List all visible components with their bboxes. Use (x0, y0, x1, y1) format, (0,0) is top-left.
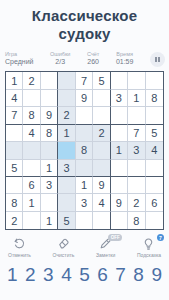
sudoku-cell-r7c3[interactable]: 3 (41, 177, 58, 194)
sudoku-cell-r8c4[interactable] (58, 194, 75, 211)
sudoku-cell-r8c6[interactable]: 4 (93, 194, 110, 211)
pause-button[interactable] (150, 52, 165, 67)
numpad-5[interactable]: 5 (79, 264, 90, 286)
numpad-8[interactable]: 8 (133, 264, 144, 286)
stat-difficulty-value: Средний (5, 58, 33, 65)
page-title-line1: Классическое (0, 7, 169, 25)
sudoku-cell-r8c7[interactable]: 9 (111, 194, 128, 211)
sudoku-cell-r4c5[interactable] (76, 125, 93, 142)
stat-mistakes-label: Ошибки (50, 51, 70, 57)
sudoku-cell-r4c3[interactable]: 8 (41, 125, 58, 142)
numpad-7[interactable]: 7 (115, 264, 126, 286)
numpad-2[interactable]: 2 (25, 264, 36, 286)
sudoku-cell-r5c1[interactable] (6, 142, 23, 159)
sudoku-cell-r7c1[interactable] (6, 177, 23, 194)
sudoku-cell-r5c9[interactable]: 4 (146, 142, 163, 159)
sudoku-cell-r2c4[interactable] (58, 90, 75, 107)
sudoku-app: Классическое судоку Игра Средний Ошибки … (0, 7, 169, 300)
sudoku-cell-r4c6[interactable]: 2 (93, 125, 110, 142)
sudoku-cell-r3c4[interactable]: 2 (58, 107, 75, 124)
sudoku-cell-r1c6[interactable]: 5 (93, 72, 110, 89)
eraser-icon (57, 237, 70, 250)
stat-difficulty-label: Игра (5, 51, 33, 57)
sudoku-cell-r1c7[interactable] (111, 72, 128, 89)
stat-score-label: Счёт (87, 51, 99, 57)
sudoku-cell-r5c6[interactable] (93, 142, 110, 159)
numpad-1[interactable]: 1 (7, 264, 18, 286)
numpad-9[interactable]: 9 (151, 264, 162, 286)
toolbar-label: Заметки (96, 252, 115, 258)
sudoku-cell-r8c9[interactable]: 6 (146, 194, 163, 211)
sudoku-cell-r4c2[interactable]: 4 (23, 125, 40, 142)
sudoku-cell-r5c8[interactable]: 3 (128, 142, 145, 159)
sudoku-cell-r3c1[interactable]: 7 (6, 107, 23, 124)
sudoku-cell-r9c6[interactable] (93, 212, 110, 229)
sudoku-cell-r9c4[interactable]: 5 (58, 212, 75, 229)
toolbar-label: Очистить (53, 252, 75, 258)
sudoku-cell-r2c5[interactable]: 9 (76, 90, 93, 107)
sudoku-cell-r8c2[interactable]: 1 (23, 194, 40, 211)
sudoku-cell-r9c5[interactable] (76, 212, 93, 229)
toolbar-label: Отменить (8, 252, 31, 258)
numpad-4[interactable]: 4 (61, 264, 72, 286)
sudoku-cell-r5c4[interactable] (58, 142, 75, 159)
sudoku-cell-r4c7[interactable] (111, 125, 128, 142)
sudoku-cell-r9c8[interactable]: 8 (128, 212, 145, 229)
sudoku-cell-r5c3[interactable] (41, 142, 58, 159)
sudoku-cell-r5c7[interactable]: 1 (111, 142, 128, 159)
sudoku-cell-r8c8[interactable]: 2 (128, 194, 145, 211)
sudoku-cell-r1c1[interactable]: 1 (6, 72, 23, 89)
sudoku-cell-r9c1[interactable]: 2 (6, 212, 23, 229)
sudoku-cell-r6c1[interactable]: 5 (6, 160, 23, 177)
sudoku-cell-r1c9[interactable] (146, 72, 163, 89)
numpad-3[interactable]: 3 (43, 264, 54, 286)
stat-difficulty: Игра Средний (5, 51, 33, 65)
undo-icon (13, 237, 26, 250)
sudoku-cell-r9c7[interactable] (111, 212, 128, 229)
sudoku-cell-r2c9[interactable]: 8 (146, 90, 163, 107)
sudoku-cell-r6c8[interactable] (128, 160, 145, 177)
sudoku-cell-r6c4[interactable]: 3 (58, 160, 75, 177)
sudoku-cell-r1c5[interactable]: 7 (76, 72, 93, 89)
sudoku-cell-r6c7[interactable] (111, 160, 128, 177)
sudoku-cell-r9c3[interactable]: 1 (41, 212, 58, 229)
sudoku-cell-r1c4[interactable] (58, 72, 75, 89)
sudoku-board: 1275493187892481275813451363198134926215… (5, 71, 164, 230)
hint-count-badge: 7 (157, 234, 164, 241)
sudoku-cell-r3c9[interactable] (146, 107, 163, 124)
sudoku-cell-r2c2[interactable] (23, 90, 40, 107)
sudoku-cell-r7c5[interactable]: 1 (76, 177, 93, 194)
bulb-icon (142, 237, 155, 250)
sudoku-cell-r6c6[interactable] (93, 160, 110, 177)
sudoku-cell-r3c3[interactable]: 9 (41, 107, 58, 124)
sudoku-cell-r7c9[interactable] (146, 177, 163, 194)
sudoku-cell-r2c7[interactable]: 3 (111, 90, 128, 107)
sudoku-cell-r3c7[interactable] (111, 107, 128, 124)
stat-mistakes-value: 2/3 (55, 58, 65, 65)
sudoku-cell-r7c2[interactable]: 6 (23, 177, 40, 194)
sudoku-cell-r8c3[interactable] (41, 194, 58, 211)
stat-mistakes: Ошибки 2/3 (50, 51, 70, 65)
stat-time: Время 01:59 (116, 51, 134, 65)
sudoku-cell-r8c5[interactable]: 3 (76, 194, 93, 211)
sudoku-cell-r7c7[interactable] (111, 177, 128, 194)
toolbar: ОтменитьОчиститьOFFЗаметки7Подсказка (8, 237, 161, 258)
sudoku-cell-r3c2[interactable]: 8 (23, 107, 40, 124)
sudoku-cell-r1c3[interactable] (41, 72, 58, 89)
sudoku-cell-r2c8[interactable]: 1 (128, 90, 145, 107)
sudoku-cell-r3c6[interactable] (93, 107, 110, 124)
toolbar-button-hint[interactable]: 7Подсказка (137, 237, 161, 258)
sudoku-cell-r3c5[interactable] (76, 107, 93, 124)
sudoku-cell-r2c3[interactable] (41, 90, 58, 107)
sudoku-cell-r6c2[interactable] (23, 160, 40, 177)
sudoku-cell-r1c2[interactable]: 2 (23, 72, 40, 89)
sudoku-cell-r6c5[interactable] (76, 160, 93, 177)
sudoku-cell-r2c1[interactable]: 4 (6, 90, 23, 107)
toolbar-label: Подсказка (137, 252, 161, 258)
sudoku-cell-r9c2[interactable] (23, 212, 40, 229)
sudoku-cell-r5c5[interactable]: 8 (76, 142, 93, 159)
stat-time-value: 01:59 (116, 58, 134, 65)
sudoku-cell-r7c6[interactable]: 9 (93, 177, 110, 194)
sudoku-cell-r4c1[interactable] (6, 125, 23, 142)
sudoku-cell-r7c8[interactable] (128, 177, 145, 194)
sudoku-cell-r4c8[interactable]: 7 (128, 125, 145, 142)
toolbar-button-undo[interactable]: Отменить (8, 237, 31, 258)
number-pad: 123456789 (7, 264, 162, 286)
sudoku-cell-r4c4[interactable]: 1 (58, 125, 75, 142)
sudoku-cell-r6c3[interactable]: 1 (41, 160, 58, 177)
toolbar-button-erase[interactable]: Очистить (53, 237, 75, 258)
sudoku-cell-r6c9[interactable] (146, 160, 163, 177)
sudoku-cell-r3c8[interactable] (128, 107, 145, 124)
sudoku-cell-r9c9[interactable] (146, 212, 163, 229)
numpad-6[interactable]: 6 (97, 264, 108, 286)
sudoku-cell-r4c9[interactable]: 5 (146, 125, 163, 142)
page-title-line2: судоку (0, 25, 169, 43)
sudoku-cell-r1c8[interactable] (128, 72, 145, 89)
sudoku-cell-r7c4[interactable] (58, 177, 75, 194)
toolbar-button-notes[interactable]: OFFЗаметки (96, 237, 115, 258)
stat-score-value: 260 (87, 58, 99, 65)
page-title: Классическое судоку (0, 7, 169, 42)
sudoku-cell-r2c6[interactable] (93, 90, 110, 107)
stat-score: Счёт 260 (87, 51, 99, 65)
sudoku-cell-r8c1[interactable]: 8 (6, 194, 23, 211)
stats-bar: Игра Средний Ошибки 2/3 Счёт 260 Время 0… (5, 51, 165, 67)
notes-off-badge: OFF (108, 234, 122, 241)
stat-time-label: Время (116, 51, 133, 57)
pause-icon (155, 57, 157, 62)
sudoku-cell-r5c2[interactable] (23, 142, 40, 159)
